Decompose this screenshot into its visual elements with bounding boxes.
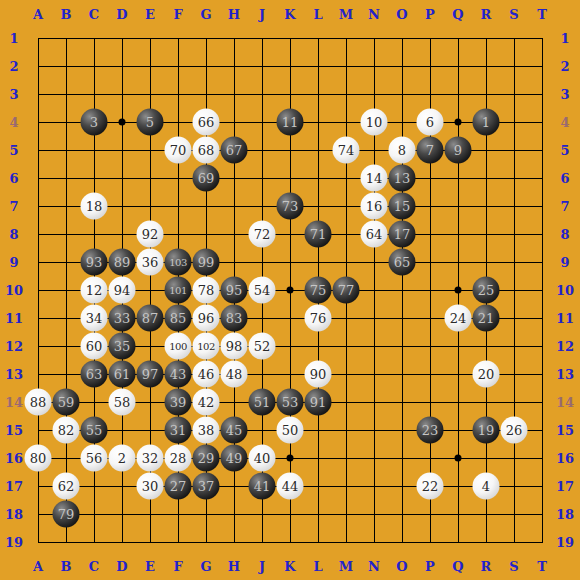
col-label-top-F: F (173, 7, 182, 22)
col-label-bottom-G: G (200, 559, 211, 574)
row-label-left-16: 16 (5, 451, 23, 466)
stone-white-14-N6[interactable]: 14 (361, 165, 388, 192)
stone-white-44-K17[interactable]: 44 (277, 473, 304, 500)
go-board[interactable]: AABBCCDDEEFFGGHHJJKKLLMMNNOOPPQQRRSSTT11… (0, 0, 580, 580)
col-label-top-G: G (200, 7, 211, 22)
col-label-top-S: S (509, 7, 518, 22)
col-label-bottom-F: F (173, 559, 182, 574)
col-label-bottom-K: K (284, 559, 295, 574)
stone-black-77-M10[interactable]: 77 (333, 277, 360, 304)
stone-black-79-B18[interactable]: 79 (53, 501, 80, 528)
stone-white-58-D14[interactable]: 58 (109, 389, 136, 416)
stone-black-7-P5[interactable]: 7 (417, 137, 444, 164)
row-label-right-13: 13 (556, 367, 574, 382)
col-label-top-H: H (228, 7, 240, 22)
row-label-right-14: 14 (556, 395, 574, 410)
col-label-top-M: M (339, 7, 353, 22)
stone-white-40-J16[interactable]: 40 (249, 445, 276, 472)
col-label-top-A: A (33, 7, 43, 22)
stone-black-75-L10[interactable]: 75 (305, 277, 332, 304)
stone-black-31-F15[interactable]: 31 (165, 417, 192, 444)
stone-black-23-P15[interactable]: 23 (417, 417, 444, 444)
stone-white-80-A16[interactable]: 80 (25, 445, 52, 472)
col-label-bottom-Q: Q (452, 559, 463, 574)
stone-white-94-D10[interactable]: 94 (109, 277, 136, 304)
star-point-Q4 (455, 119, 462, 126)
stone-black-87-E11[interactable]: 87 (137, 305, 164, 332)
star-point-D4 (119, 119, 126, 126)
stone-white-74-M5[interactable]: 74 (333, 137, 360, 164)
stone-white-24-Q11[interactable]: 24 (445, 305, 472, 332)
row-label-right-7: 7 (560, 199, 569, 214)
row-label-left-1: 1 (9, 31, 18, 46)
col-label-top-J: J (259, 7, 265, 22)
stone-white-28-F16[interactable]: 28 (165, 445, 192, 472)
stone-white-96-G11[interactable]: 96 (193, 305, 220, 332)
row-label-right-11: 11 (556, 311, 574, 326)
grid-line-horizontal (38, 542, 543, 543)
row-label-left-15: 15 (5, 423, 23, 438)
row-label-left-10: 10 (5, 283, 23, 298)
stone-white-70-F5[interactable]: 70 (165, 137, 192, 164)
stone-black-101-F10[interactable]: 101 (165, 277, 192, 304)
col-label-bottom-B: B (61, 559, 72, 574)
stone-white-64-N8[interactable]: 64 (361, 221, 388, 248)
row-label-right-10: 10 (556, 283, 574, 298)
stone-black-25-R10[interactable]: 25 (473, 277, 500, 304)
star-point-K10 (287, 287, 294, 294)
stone-black-59-B14[interactable]: 59 (53, 389, 80, 416)
grid-line-vertical (514, 38, 515, 543)
row-label-right-19: 19 (556, 535, 574, 550)
col-label-top-C: C (89, 7, 99, 22)
col-label-top-R: R (481, 7, 492, 22)
grid-line-horizontal (38, 514, 543, 515)
col-label-bottom-E: E (145, 559, 155, 574)
stone-white-66-G4[interactable]: 66 (193, 109, 220, 136)
col-label-bottom-M: M (339, 559, 353, 574)
stone-black-39-F14[interactable]: 39 (165, 389, 192, 416)
stone-black-63-C13[interactable]: 63 (81, 361, 108, 388)
col-label-top-D: D (116, 7, 127, 22)
col-label-bottom-R: R (481, 559, 492, 574)
stone-white-56-C16[interactable]: 56 (81, 445, 108, 472)
stone-black-35-D12[interactable]: 35 (109, 333, 136, 360)
col-label-bottom-S: S (509, 559, 518, 574)
col-label-top-Q: Q (452, 7, 463, 22)
stone-black-85-F11[interactable]: 85 (165, 305, 192, 332)
stone-white-102-G12[interactable]: 102 (193, 333, 220, 360)
stone-black-9-Q5[interactable]: 9 (445, 137, 472, 164)
stone-white-36-E9[interactable]: 36 (137, 249, 164, 276)
stone-black-37-G17[interactable]: 37 (193, 473, 220, 500)
grid-line-vertical (402, 38, 403, 543)
stone-black-61-D13[interactable]: 61 (109, 361, 136, 388)
stone-white-52-J12[interactable]: 52 (249, 333, 276, 360)
row-label-left-7: 7 (9, 199, 18, 214)
stone-white-34-C11[interactable]: 34 (81, 305, 108, 332)
stone-white-2-D16[interactable]: 2 (109, 445, 136, 472)
stone-white-68-G5[interactable]: 68 (193, 137, 220, 164)
stone-white-90-L13[interactable]: 90 (305, 361, 332, 388)
row-label-left-2: 2 (9, 59, 18, 74)
stone-white-10-N4[interactable]: 10 (361, 109, 388, 136)
col-label-bottom-L: L (313, 559, 322, 574)
col-label-top-L: L (313, 7, 322, 22)
stone-white-22-P17[interactable]: 22 (417, 473, 444, 500)
row-label-right-18: 18 (556, 507, 574, 522)
row-label-right-9: 9 (560, 255, 569, 270)
col-label-bottom-O: O (396, 559, 407, 574)
stone-black-67-H5[interactable]: 67 (221, 137, 248, 164)
row-label-right-1: 1 (560, 31, 569, 46)
star-point-K16 (287, 455, 294, 462)
stone-black-71-L8[interactable]: 71 (305, 221, 332, 248)
stone-black-49-H16[interactable]: 49 (221, 445, 248, 472)
stone-white-48-H13[interactable]: 48 (221, 361, 248, 388)
stone-black-13-O6[interactable]: 13 (389, 165, 416, 192)
col-label-top-E: E (145, 7, 155, 22)
stone-black-95-H10[interactable]: 95 (221, 277, 248, 304)
stone-black-27-F17[interactable]: 27 (165, 473, 192, 500)
row-label-right-5: 5 (560, 143, 569, 158)
col-label-top-T: T (537, 7, 547, 22)
stone-white-62-B17[interactable]: 62 (53, 473, 80, 500)
stone-black-19-R15[interactable]: 19 (473, 417, 500, 444)
row-label-left-3: 3 (9, 87, 18, 102)
col-label-bottom-P: P (425, 559, 435, 574)
stone-black-43-F13[interactable]: 43 (165, 361, 192, 388)
stone-white-76-L11[interactable]: 76 (305, 305, 332, 332)
row-label-left-6: 6 (9, 171, 18, 186)
stone-white-16-N7[interactable]: 16 (361, 193, 388, 220)
row-label-left-18: 18 (5, 507, 23, 522)
stone-white-6-P4[interactable]: 6 (417, 109, 444, 136)
stone-black-33-D11[interactable]: 33 (109, 305, 136, 332)
stone-black-97-E13[interactable]: 97 (137, 361, 164, 388)
stone-black-51-J14[interactable]: 51 (249, 389, 276, 416)
row-label-left-5: 5 (9, 143, 18, 158)
stone-white-72-J8[interactable]: 72 (249, 221, 276, 248)
row-label-left-19: 19 (5, 535, 23, 550)
row-label-left-11: 11 (5, 311, 23, 326)
col-label-top-O: O (396, 7, 407, 22)
col-label-bottom-T: T (537, 559, 547, 574)
stone-white-60-C12[interactable]: 60 (81, 333, 108, 360)
stone-black-83-H11[interactable]: 83 (221, 305, 248, 332)
grid-line-vertical (542, 38, 543, 543)
row-label-right-12: 12 (556, 339, 574, 354)
stone-black-65-O9[interactable]: 65 (389, 249, 416, 276)
stone-black-53-K14[interactable]: 53 (277, 389, 304, 416)
stone-white-30-E17[interactable]: 30 (137, 473, 164, 500)
col-label-bottom-C: C (89, 559, 99, 574)
stone-white-32-E16[interactable]: 32 (137, 445, 164, 472)
stone-black-29-G16[interactable]: 29 (193, 445, 220, 472)
stone-white-78-G10[interactable]: 78 (193, 277, 220, 304)
stone-white-26-S15[interactable]: 26 (501, 417, 528, 444)
row-label-right-8: 8 (560, 227, 569, 242)
row-label-right-6: 6 (560, 171, 569, 186)
stone-black-99-G9[interactable]: 99 (193, 249, 220, 276)
stone-black-93-C9[interactable]: 93 (81, 249, 108, 276)
row-label-right-4: 4 (560, 115, 569, 130)
stone-white-8-O5[interactable]: 8 (389, 137, 416, 164)
col-label-bottom-D: D (116, 559, 127, 574)
stone-black-5-E4[interactable]: 5 (137, 109, 164, 136)
stone-white-50-K15[interactable]: 50 (277, 417, 304, 444)
stone-black-55-C15[interactable]: 55 (81, 417, 108, 444)
stone-black-15-O7[interactable]: 15 (389, 193, 416, 220)
stone-white-88-A14[interactable]: 88 (25, 389, 52, 416)
col-label-top-B: B (61, 7, 72, 22)
stone-black-41-J17[interactable]: 41 (249, 473, 276, 500)
col-label-bottom-A: A (33, 559, 43, 574)
row-label-left-4: 4 (9, 115, 18, 130)
stone-white-18-C7[interactable]: 18 (81, 193, 108, 220)
stone-black-69-G6[interactable]: 69 (193, 165, 220, 192)
stone-white-82-B15[interactable]: 82 (53, 417, 80, 444)
stone-white-54-J10[interactable]: 54 (249, 277, 276, 304)
col-label-top-P: P (425, 7, 435, 22)
col-label-bottom-H: H (228, 559, 240, 574)
row-label-left-8: 8 (9, 227, 18, 242)
stone-white-4-R17[interactable]: 4 (473, 473, 500, 500)
col-label-bottom-J: J (259, 559, 265, 574)
row-label-right-3: 3 (560, 87, 569, 102)
row-label-right-16: 16 (556, 451, 574, 466)
stone-white-38-G15[interactable]: 38 (193, 417, 220, 444)
stone-white-100-F12[interactable]: 100 (165, 333, 192, 360)
stone-black-1-R4[interactable]: 1 (473, 109, 500, 136)
stone-white-12-C10[interactable]: 12 (81, 277, 108, 304)
row-label-left-17: 17 (5, 479, 23, 494)
stone-white-98-H12[interactable]: 98 (221, 333, 248, 360)
stone-white-92-E8[interactable]: 92 (137, 221, 164, 248)
stone-black-103-F9[interactable]: 103 (165, 249, 192, 276)
star-point-Q16 (455, 455, 462, 462)
stone-black-89-D9[interactable]: 89 (109, 249, 136, 276)
row-label-right-17: 17 (556, 479, 574, 494)
col-label-bottom-N: N (368, 559, 380, 574)
stone-white-46-G13[interactable]: 46 (193, 361, 220, 388)
stone-black-11-K4[interactable]: 11 (277, 109, 304, 136)
col-label-top-K: K (284, 7, 295, 22)
row-label-right-15: 15 (556, 423, 574, 438)
stone-black-45-H15[interactable]: 45 (221, 417, 248, 444)
stone-white-42-G14[interactable]: 42 (193, 389, 220, 416)
stone-black-73-K7[interactable]: 73 (277, 193, 304, 220)
row-label-left-9: 9 (9, 255, 18, 270)
stone-black-3-C4[interactable]: 3 (81, 109, 108, 136)
row-label-left-13: 13 (5, 367, 23, 382)
stone-black-17-O8[interactable]: 17 (389, 221, 416, 248)
stone-black-21-R11[interactable]: 21 (473, 305, 500, 332)
col-label-top-N: N (368, 7, 380, 22)
star-point-Q10 (455, 287, 462, 294)
row-label-left-14: 14 (5, 395, 23, 410)
row-label-left-12: 12 (5, 339, 23, 354)
stone-white-20-R13[interactable]: 20 (473, 361, 500, 388)
row-label-right-2: 2 (560, 59, 569, 74)
stone-black-91-L14[interactable]: 91 (305, 389, 332, 416)
